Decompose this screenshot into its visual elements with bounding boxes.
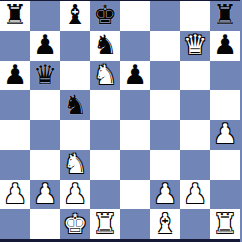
square-d7[interactable]: ♞ <box>90 31 120 61</box>
square-d8[interactable]: ♚ <box>90 1 120 31</box>
square-g4[interactable] <box>180 120 210 150</box>
square-h8[interactable]: ♜ <box>210 1 240 31</box>
white-rook-h1[interactable]: ♜ <box>213 210 237 237</box>
square-e3[interactable] <box>120 150 150 180</box>
white-knight-d6[interactable]: ♞ <box>93 61 117 88</box>
square-b1[interactable] <box>30 209 60 239</box>
square-c7[interactable] <box>60 31 90 61</box>
square-b5[interactable] <box>30 90 60 120</box>
square-b4[interactable] <box>30 120 60 150</box>
square-f1[interactable]: ♝ <box>150 209 180 239</box>
square-c2[interactable]: ♟ <box>60 180 90 210</box>
square-a7[interactable] <box>0 31 30 61</box>
black-pawn-a6[interactable]: ♟ <box>3 61 27 88</box>
black-knight-c5[interactable]: ♞ <box>63 91 87 118</box>
black-bishop-c8[interactable]: ♝ <box>63 1 87 28</box>
black-king-d8[interactable]: ♚ <box>93 1 117 28</box>
white-pawn-a2[interactable]: ♟ <box>3 180 27 207</box>
square-e8[interactable] <box>120 1 150 31</box>
square-a2[interactable]: ♟ <box>0 180 30 210</box>
white-pawn-b2[interactable]: ♟ <box>33 180 57 207</box>
black-queen-b6[interactable]: ♛ <box>33 61 57 88</box>
square-h3[interactable] <box>210 150 240 180</box>
white-queen-g7[interactable]: ♛ <box>183 31 207 58</box>
square-b7[interactable]: ♟ <box>30 31 60 61</box>
square-c1[interactable]: ♚ <box>60 209 90 239</box>
square-e7[interactable] <box>120 31 150 61</box>
square-h2[interactable] <box>210 180 240 210</box>
square-b8[interactable] <box>30 1 60 31</box>
square-f2[interactable]: ♟ <box>150 180 180 210</box>
white-pawn-g2[interactable]: ♟ <box>183 180 207 207</box>
square-c5[interactable]: ♞ <box>60 90 90 120</box>
square-d6[interactable]: ♞ <box>90 61 120 91</box>
square-a3[interactable] <box>0 150 30 180</box>
square-a8[interactable]: ♜ <box>0 1 30 31</box>
white-pawn-h4[interactable]: ♟ <box>213 120 237 147</box>
white-pawn-f2[interactable]: ♟ <box>153 180 177 207</box>
square-b2[interactable]: ♟ <box>30 180 60 210</box>
square-f3[interactable] <box>150 150 180 180</box>
black-pawn-h7[interactable]: ♟ <box>213 31 237 58</box>
square-h6[interactable] <box>210 61 240 91</box>
white-pawn-c2[interactable]: ♟ <box>63 180 87 207</box>
square-e6[interactable]: ♟ <box>120 61 150 91</box>
square-g8[interactable] <box>180 1 210 31</box>
square-h5[interactable] <box>210 90 240 120</box>
square-f8[interactable] <box>150 1 180 31</box>
square-c3[interactable]: ♞ <box>60 150 90 180</box>
square-f6[interactable] <box>150 61 180 91</box>
square-d3[interactable] <box>90 150 120 180</box>
square-h4[interactable]: ♟ <box>210 120 240 150</box>
square-e4[interactable] <box>120 120 150 150</box>
square-g5[interactable] <box>180 90 210 120</box>
white-knight-c3[interactable]: ♞ <box>63 150 87 177</box>
square-b3[interactable] <box>30 150 60 180</box>
square-a5[interactable] <box>0 90 30 120</box>
square-g3[interactable] <box>180 150 210 180</box>
square-c8[interactable]: ♝ <box>60 1 90 31</box>
board-right-edge-strip <box>240 0 242 242</box>
square-a4[interactable] <box>0 120 30 150</box>
square-d1[interactable]: ♜ <box>90 209 120 239</box>
white-king-c1[interactable]: ♚ <box>63 210 87 237</box>
square-f4[interactable] <box>150 120 180 150</box>
black-knight-d7[interactable]: ♞ <box>93 31 117 58</box>
black-rook-a8[interactable]: ♜ <box>3 1 27 28</box>
square-d2[interactable] <box>90 180 120 210</box>
square-d4[interactable] <box>90 120 120 150</box>
square-c4[interactable] <box>60 120 90 150</box>
square-a6[interactable]: ♟ <box>0 61 30 91</box>
square-b6[interactable]: ♛ <box>30 61 60 91</box>
chess-board-window: ♜♝♚♜♟♞♛♟♟♛♞♟♞♟♞♟♟♟♟♟♚♜♝♜ <box>0 0 242 242</box>
black-rook-h8[interactable]: ♜ <box>213 1 237 28</box>
black-pawn-b7[interactable]: ♟ <box>33 31 57 58</box>
square-h7[interactable]: ♟ <box>210 31 240 61</box>
square-g1[interactable] <box>180 209 210 239</box>
chess-board: ♜♝♚♜♟♞♛♟♟♛♞♟♞♟♞♟♟♟♟♟♚♜♝♜ <box>0 1 240 239</box>
white-bishop-f1[interactable]: ♝ <box>153 210 177 237</box>
white-rook-d1[interactable]: ♜ <box>93 210 117 237</box>
square-h1[interactable]: ♜ <box>210 209 240 239</box>
square-e2[interactable] <box>120 180 150 210</box>
square-g7[interactable]: ♛ <box>180 31 210 61</box>
square-g2[interactable]: ♟ <box>180 180 210 210</box>
square-g6[interactable] <box>180 61 210 91</box>
square-e1[interactable] <box>120 209 150 239</box>
square-a1[interactable] <box>0 209 30 239</box>
square-e5[interactable] <box>120 90 150 120</box>
square-f7[interactable] <box>150 31 180 61</box>
black-pawn-e6[interactable]: ♟ <box>123 61 147 88</box>
square-d5[interactable] <box>90 90 120 120</box>
square-f5[interactable] <box>150 90 180 120</box>
square-c6[interactable] <box>60 61 90 91</box>
